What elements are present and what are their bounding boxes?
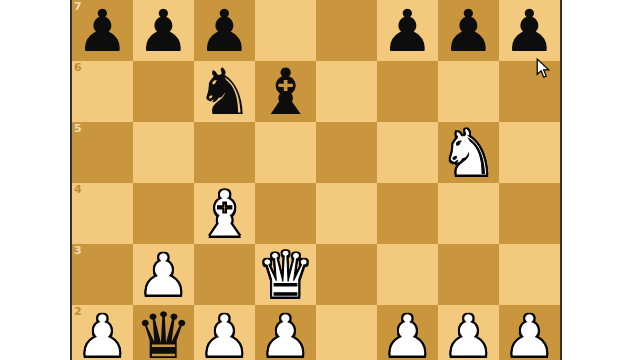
square-g6[interactable] [438, 61, 499, 122]
square-h5[interactable] [499, 122, 560, 183]
square-g7[interactable]: ♟ [438, 0, 499, 61]
chess-board: 7♟♟♟♟♟♟6♞♝5♞4♝3♟♛2♟♛♟♟♟♟♟ [70, 0, 562, 360]
square-d2[interactable]: ♟ [255, 305, 316, 360]
black-queen[interactable]: ♛ [135, 304, 192, 360]
square-a3[interactable]: 3 [72, 244, 133, 305]
black-pawn[interactable]: ♟ [138, 2, 190, 60]
square-g2[interactable]: ♟ [438, 305, 499, 360]
black-bishop[interactable]: ♝ [257, 60, 314, 124]
square-b3[interactable]: ♟ [133, 244, 194, 305]
square-f4[interactable] [377, 183, 438, 244]
white-pawn[interactable]: ♟ [504, 307, 556, 360]
square-g4[interactable] [438, 183, 499, 244]
square-h2[interactable]: ♟ [499, 305, 560, 360]
square-h3[interactable] [499, 244, 560, 305]
rank-label-4: 4 [74, 183, 82, 196]
white-bishop[interactable]: ♝ [196, 182, 253, 246]
square-c4[interactable]: ♝ [194, 183, 255, 244]
white-pawn[interactable]: ♟ [382, 307, 434, 360]
white-pawn[interactable]: ♟ [138, 246, 190, 304]
white-pawn[interactable]: ♟ [199, 307, 251, 360]
square-h4[interactable] [499, 183, 560, 244]
rank-label-3: 3 [74, 244, 82, 257]
square-c2[interactable]: ♟ [194, 305, 255, 360]
square-b4[interactable] [133, 183, 194, 244]
square-a6[interactable]: 6 [72, 61, 133, 122]
square-e4[interactable] [316, 183, 377, 244]
square-f6[interactable] [377, 61, 438, 122]
black-pawn[interactable]: ♟ [382, 2, 434, 60]
square-b2[interactable]: ♛ [133, 305, 194, 360]
square-e2[interactable] [316, 305, 377, 360]
white-pawn[interactable]: ♟ [260, 307, 312, 360]
square-f7[interactable]: ♟ [377, 0, 438, 61]
square-d5[interactable] [255, 122, 316, 183]
arrow-pointer-icon [536, 58, 550, 79]
square-d4[interactable] [255, 183, 316, 244]
square-d7[interactable] [255, 0, 316, 61]
square-c3[interactable] [194, 244, 255, 305]
square-c6[interactable]: ♞ [194, 61, 255, 122]
square-a4[interactable]: 4 [72, 183, 133, 244]
square-h6[interactable] [499, 61, 560, 122]
square-a2[interactable]: 2♟ [72, 305, 133, 360]
black-pawn[interactable]: ♟ [199, 2, 251, 60]
square-f5[interactable] [377, 122, 438, 183]
square-c5[interactable] [194, 122, 255, 183]
square-e5[interactable] [316, 122, 377, 183]
page: { "page": { "background": "#ffffff" }, "… [0, 0, 640, 360]
black-pawn[interactable]: ♟ [443, 2, 495, 60]
white-queen[interactable]: ♛ [257, 243, 314, 307]
square-a5[interactable]: 5 [72, 122, 133, 183]
black-knight[interactable]: ♞ [196, 60, 253, 124]
square-f2[interactable]: ♟ [377, 305, 438, 360]
square-e7[interactable] [316, 0, 377, 61]
square-b6[interactable] [133, 61, 194, 122]
white-pawn[interactable]: ♟ [77, 307, 129, 360]
square-f3[interactable] [377, 244, 438, 305]
black-pawn[interactable]: ♟ [77, 2, 129, 60]
square-d3[interactable]: ♛ [255, 244, 316, 305]
square-g5[interactable]: ♞ [438, 122, 499, 183]
square-e6[interactable] [316, 61, 377, 122]
square-g3[interactable] [438, 244, 499, 305]
white-knight[interactable]: ♞ [440, 121, 497, 185]
square-d6[interactable]: ♝ [255, 61, 316, 122]
square-b7[interactable]: ♟ [133, 0, 194, 61]
square-b5[interactable] [133, 122, 194, 183]
white-pawn[interactable]: ♟ [443, 307, 495, 360]
rank-label-5: 5 [74, 122, 82, 135]
square-h7[interactable]: ♟ [499, 0, 560, 61]
square-e3[interactable] [316, 244, 377, 305]
square-a7[interactable]: 7♟ [72, 0, 133, 61]
square-c7[interactable]: ♟ [194, 0, 255, 61]
black-pawn[interactable]: ♟ [504, 2, 556, 60]
